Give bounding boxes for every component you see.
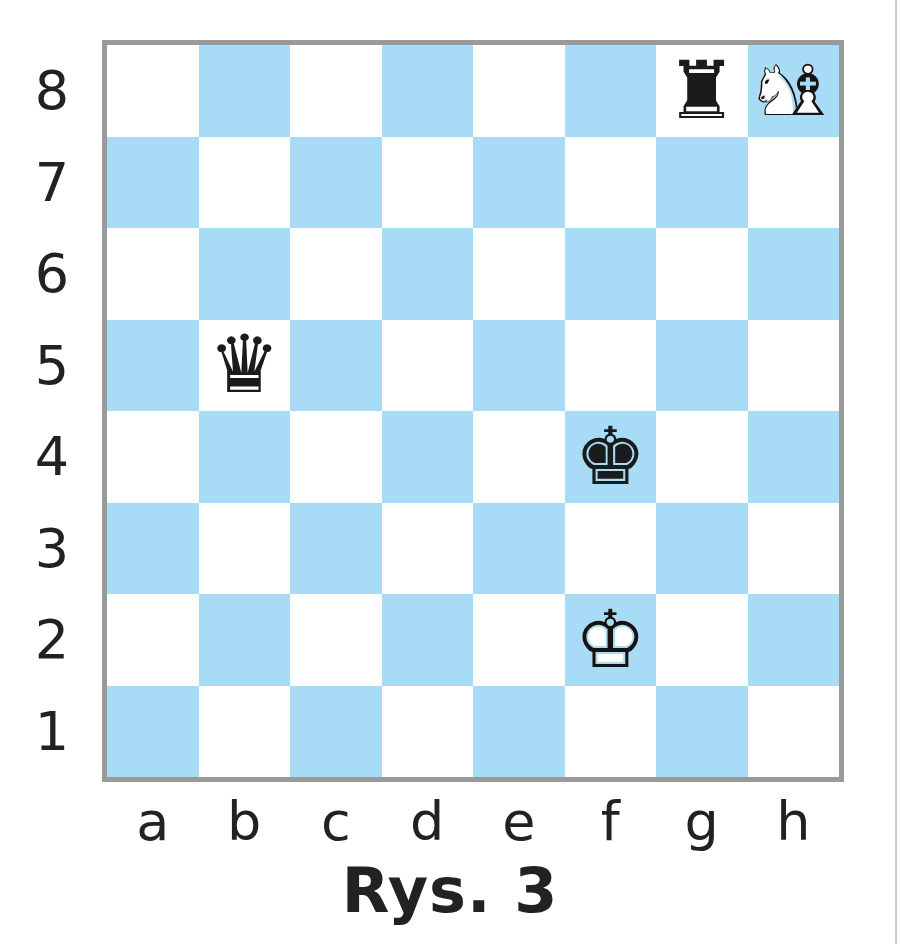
rank-label-7: 7	[16, 137, 88, 229]
rank-label-5: 5	[16, 320, 88, 412]
rank-label-1: 1	[16, 686, 88, 778]
figure-caption: Rys. 3	[0, 854, 900, 927]
square-f8[interactable]	[565, 45, 657, 137]
square-b1[interactable]	[199, 686, 291, 778]
square-e2[interactable]	[473, 594, 565, 686]
square-d6[interactable]	[382, 228, 474, 320]
square-g5[interactable]	[656, 320, 748, 412]
rank-label-6: 6	[16, 228, 88, 320]
square-b3[interactable]	[199, 503, 291, 595]
rank-label-4: 4	[16, 411, 88, 503]
square-c6[interactable]	[290, 228, 382, 320]
square-b5[interactable]: ♛	[199, 320, 291, 412]
square-c5[interactable]	[290, 320, 382, 412]
piece-white-king-f2[interactable]: ♚♔	[565, 594, 657, 686]
square-a7[interactable]	[107, 137, 199, 229]
square-c8[interactable]	[290, 45, 382, 137]
square-d4[interactable]	[382, 411, 474, 503]
square-c3[interactable]	[290, 503, 382, 595]
file-label-h: h	[748, 790, 840, 853]
square-g1[interactable]	[656, 686, 748, 778]
square-g7[interactable]	[656, 137, 748, 229]
square-c7[interactable]	[290, 137, 382, 229]
square-f3[interactable]	[565, 503, 657, 595]
square-d8[interactable]	[382, 45, 474, 137]
square-a1[interactable]	[107, 686, 199, 778]
square-f2[interactable]: ♚♔	[565, 594, 657, 686]
square-g4[interactable]	[656, 411, 748, 503]
chess-board: ♜♞♘♝♗♛♚♚♔	[107, 45, 839, 777]
square-f7[interactable]	[565, 137, 657, 229]
square-b2[interactable]	[199, 594, 291, 686]
file-label-b: b	[199, 790, 291, 853]
file-label-g: g	[656, 790, 748, 853]
square-d3[interactable]	[382, 503, 474, 595]
file-label-c: c	[290, 790, 382, 853]
square-c4[interactable]	[290, 411, 382, 503]
square-a5[interactable]	[107, 320, 199, 412]
page-edge-line	[895, 0, 897, 944]
square-g3[interactable]	[656, 503, 748, 595]
square-c1[interactable]	[290, 686, 382, 778]
file-label-d: d	[382, 790, 474, 853]
square-h2[interactable]	[748, 594, 840, 686]
square-f4[interactable]: ♚	[565, 411, 657, 503]
square-a6[interactable]	[107, 228, 199, 320]
chess-board-frame: ♜♞♘♝♗♛♚♚♔	[102, 40, 844, 782]
square-h1[interactable]	[748, 686, 840, 778]
square-a4[interactable]	[107, 411, 199, 503]
file-label-f: f	[565, 790, 657, 853]
square-e3[interactable]	[473, 503, 565, 595]
square-e4[interactable]	[473, 411, 565, 503]
chess-diagram-page: 87654321 ♜♞♘♝♗♛♚♚♔ abcdefgh Rys. 3	[0, 0, 900, 944]
square-a3[interactable]	[107, 503, 199, 595]
rank-labels: 87654321	[16, 45, 88, 777]
file-label-e: e	[473, 790, 565, 853]
rank-label-2: 2	[16, 594, 88, 686]
square-d7[interactable]	[382, 137, 474, 229]
square-h4[interactable]	[748, 411, 840, 503]
square-h3[interactable]	[748, 503, 840, 595]
piece-black-king-f4[interactable]: ♚	[565, 411, 657, 503]
white-bishop-outline: ♗	[763, 45, 855, 137]
square-h5[interactable]	[748, 320, 840, 412]
square-h7[interactable]	[748, 137, 840, 229]
piece-white-bishop-h8[interactable]: ♝♗	[763, 45, 855, 137]
rank-label-8: 8	[16, 45, 88, 137]
white-king-outline: ♔	[565, 594, 657, 686]
file-labels: abcdefgh	[107, 790, 839, 850]
square-h6[interactable]	[748, 228, 840, 320]
square-e6[interactable]	[473, 228, 565, 320]
square-d2[interactable]	[382, 594, 474, 686]
square-b4[interactable]	[199, 411, 291, 503]
piece-black-queen-b5[interactable]: ♛	[199, 320, 291, 412]
square-g2[interactable]	[656, 594, 748, 686]
square-h8[interactable]: ♞♘♝♗	[748, 45, 840, 137]
square-f6[interactable]	[565, 228, 657, 320]
file-label-a: a	[107, 790, 199, 853]
square-b6[interactable]	[199, 228, 291, 320]
square-g6[interactable]	[656, 228, 748, 320]
square-e8[interactable]	[473, 45, 565, 137]
square-d1[interactable]	[382, 686, 474, 778]
square-a2[interactable]	[107, 594, 199, 686]
square-b8[interactable]	[199, 45, 291, 137]
square-c2[interactable]	[290, 594, 382, 686]
square-e5[interactable]	[473, 320, 565, 412]
square-e7[interactable]	[473, 137, 565, 229]
rank-label-3: 3	[16, 503, 88, 595]
square-f1[interactable]	[565, 686, 657, 778]
square-a8[interactable]	[107, 45, 199, 137]
square-f5[interactable]	[565, 320, 657, 412]
square-b7[interactable]	[199, 137, 291, 229]
square-e1[interactable]	[473, 686, 565, 778]
square-d5[interactable]	[382, 320, 474, 412]
